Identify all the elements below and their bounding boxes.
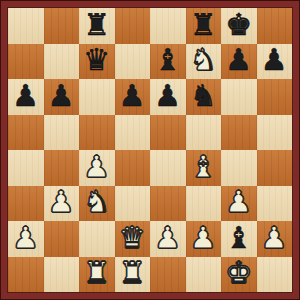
square-d2[interactable]: ♛︎ <box>115 221 151 257</box>
square-g8[interactable]: ♚︎ <box>221 8 257 44</box>
square-c6[interactable] <box>79 79 115 115</box>
square-e7[interactable]: ♝︎ <box>150 44 186 80</box>
square-g4[interactable] <box>221 150 257 186</box>
square-g2[interactable]: ♝︎ <box>221 221 257 257</box>
white-king-piece[interactable]: ♚︎ <box>225 258 252 288</box>
square-a5[interactable] <box>8 115 44 151</box>
square-a8[interactable] <box>8 8 44 44</box>
square-a1[interactable] <box>8 257 44 293</box>
black-pawn-piece[interactable]: ♟︎ <box>261 45 288 75</box>
square-b1[interactable] <box>44 257 80 293</box>
square-c5[interactable] <box>79 115 115 151</box>
square-g5[interactable] <box>221 115 257 151</box>
square-h4[interactable] <box>257 150 293 186</box>
square-b2[interactable] <box>44 221 80 257</box>
square-d7[interactable] <box>115 44 151 80</box>
square-g3[interactable]: ♟︎ <box>221 186 257 222</box>
white-pawn-piece[interactable]: ♟︎ <box>83 152 110 182</box>
black-rook-piece[interactable]: ♜︎ <box>190 10 217 40</box>
black-pawn-piece[interactable]: ♟︎ <box>154 81 181 111</box>
square-c4[interactable]: ♟︎ <box>79 150 115 186</box>
square-d6[interactable]: ♟︎ <box>115 79 151 115</box>
square-f1[interactable] <box>186 257 222 293</box>
black-queen-piece[interactable]: ♛︎ <box>83 45 110 75</box>
square-d4[interactable] <box>115 150 151 186</box>
black-rook-piece[interactable]: ♜︎ <box>83 10 110 40</box>
white-rook-piece[interactable]: ♜︎ <box>119 258 146 288</box>
square-g6[interactable] <box>221 79 257 115</box>
chess-board: ♜︎♜︎♚︎♛︎♝︎♞︎♟︎♟︎♟︎♟︎♟︎♟︎♞︎♟︎♝︎♟︎♞︎♟︎♟︎♛︎… <box>8 8 292 292</box>
white-queen-piece[interactable]: ♛︎ <box>119 223 146 253</box>
square-d5[interactable] <box>115 115 151 151</box>
square-e3[interactable] <box>150 186 186 222</box>
square-f6[interactable]: ♞︎ <box>186 79 222 115</box>
square-a7[interactable] <box>8 44 44 80</box>
square-f8[interactable]: ♜︎ <box>186 8 222 44</box>
square-g7[interactable]: ♟︎ <box>221 44 257 80</box>
black-king-piece[interactable]: ♚︎ <box>225 10 252 40</box>
white-rook-piece[interactable]: ♜︎ <box>83 258 110 288</box>
square-h6[interactable] <box>257 79 293 115</box>
square-e5[interactable] <box>150 115 186 151</box>
black-pawn-piece[interactable]: ♟︎ <box>48 81 75 111</box>
square-f3[interactable] <box>186 186 222 222</box>
square-f2[interactable]: ♟︎ <box>186 221 222 257</box>
board-frame: ♜︎♜︎♚︎♛︎♝︎♞︎♟︎♟︎♟︎♟︎♟︎♟︎♞︎♟︎♝︎♟︎♞︎♟︎♟︎♛︎… <box>0 0 300 300</box>
square-a6[interactable]: ♟︎ <box>8 79 44 115</box>
black-bishop-piece[interactable]: ♝︎ <box>225 223 252 253</box>
square-e4[interactable] <box>150 150 186 186</box>
square-b4[interactable] <box>44 150 80 186</box>
black-pawn-piece[interactable]: ♟︎ <box>119 81 146 111</box>
square-a3[interactable] <box>8 186 44 222</box>
square-b8[interactable] <box>44 8 80 44</box>
white-bishop-piece[interactable]: ♝︎ <box>190 152 217 182</box>
square-c8[interactable]: ♜︎ <box>79 8 115 44</box>
square-c3[interactable]: ♞︎ <box>79 186 115 222</box>
square-e6[interactable]: ♟︎ <box>150 79 186 115</box>
white-knight-piece[interactable]: ♞︎ <box>190 45 217 75</box>
square-f4[interactable]: ♝︎ <box>186 150 222 186</box>
square-d3[interactable] <box>115 186 151 222</box>
square-h5[interactable] <box>257 115 293 151</box>
square-c2[interactable] <box>79 221 115 257</box>
square-a4[interactable] <box>8 150 44 186</box>
white-pawn-piece[interactable]: ♟︎ <box>261 223 288 253</box>
square-e8[interactable] <box>150 8 186 44</box>
white-pawn-piece[interactable]: ♟︎ <box>48 187 75 217</box>
black-pawn-piece[interactable]: ♟︎ <box>12 81 39 111</box>
square-b3[interactable]: ♟︎ <box>44 186 80 222</box>
black-knight-piece[interactable]: ♞︎ <box>190 81 217 111</box>
square-c1[interactable]: ♜︎ <box>79 257 115 293</box>
white-pawn-piece[interactable]: ♟︎ <box>190 223 217 253</box>
square-f5[interactable] <box>186 115 222 151</box>
square-b6[interactable]: ♟︎ <box>44 79 80 115</box>
white-knight-piece[interactable]: ♞︎ <box>83 187 110 217</box>
black-pawn-piece[interactable]: ♟︎ <box>225 45 252 75</box>
square-e1[interactable] <box>150 257 186 293</box>
square-a2[interactable]: ♟︎ <box>8 221 44 257</box>
square-h3[interactable] <box>257 186 293 222</box>
white-pawn-piece[interactable]: ♟︎ <box>225 187 252 217</box>
square-e2[interactable]: ♟︎ <box>150 221 186 257</box>
square-c7[interactable]: ♛︎ <box>79 44 115 80</box>
square-b7[interactable] <box>44 44 80 80</box>
square-f7[interactable]: ♞︎ <box>186 44 222 80</box>
square-d1[interactable]: ♜︎ <box>115 257 151 293</box>
black-bishop-piece[interactable]: ♝︎ <box>154 45 181 75</box>
white-pawn-piece[interactable]: ♟︎ <box>154 223 181 253</box>
white-pawn-piece[interactable]: ♟︎ <box>12 223 39 253</box>
square-h2[interactable]: ♟︎ <box>257 221 293 257</box>
square-h1[interactable] <box>257 257 293 293</box>
square-g1[interactable]: ♚︎ <box>221 257 257 293</box>
square-h7[interactable]: ♟︎ <box>257 44 293 80</box>
square-h8[interactable] <box>257 8 293 44</box>
square-d8[interactable] <box>115 8 151 44</box>
square-b5[interactable] <box>44 115 80 151</box>
